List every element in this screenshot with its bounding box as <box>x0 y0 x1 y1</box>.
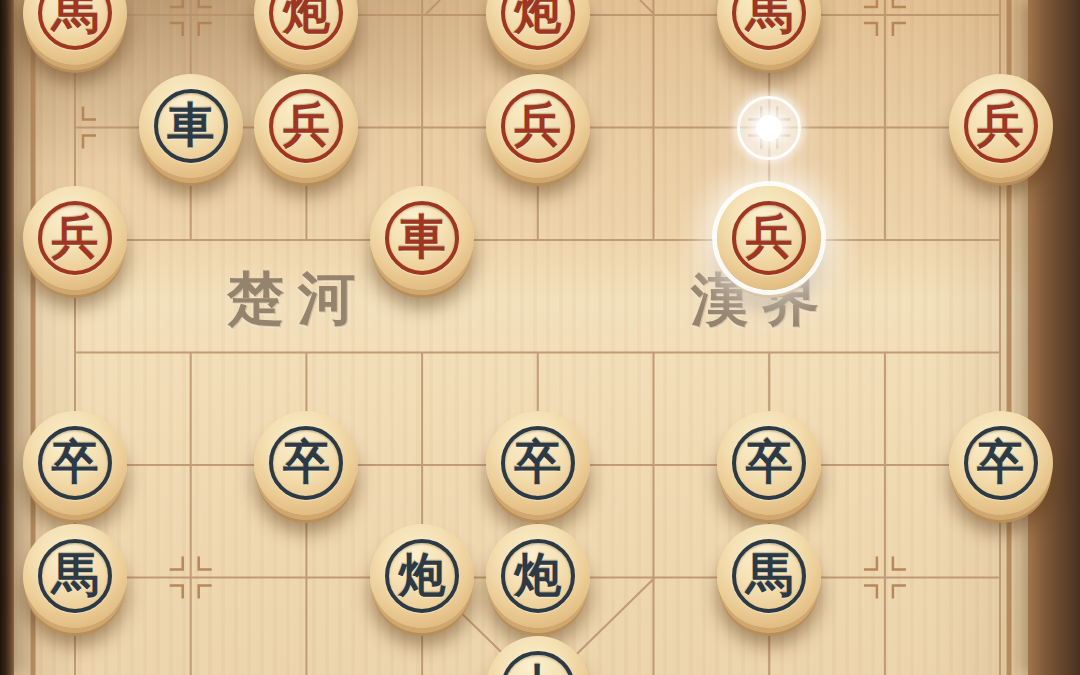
piece-red-chariot[interactable]: 車 <box>370 186 474 290</box>
piece-engraved-ring: 炮 <box>385 538 459 612</box>
piece-engraved-ring: 卒 <box>38 426 112 500</box>
piece-character: 卒 <box>746 438 793 485</box>
piece-black-cannon-right[interactable]: 炮 <box>486 523 590 627</box>
piece-character: 兵 <box>977 100 1024 147</box>
piece-engraved-ring: 馬 <box>732 538 806 612</box>
piece-character: 炮 <box>514 550 561 597</box>
piece-red-soldier-7[interactable]: 兵 <box>717 186 821 290</box>
piece-character: 炮 <box>514 0 561 35</box>
piece-black-soldier-7[interactable]: 卒 <box>717 411 821 515</box>
piece-black-soldier-1[interactable]: 卒 <box>23 411 127 515</box>
piece-engraved-ring: 兵 <box>38 201 112 275</box>
piece-engraved-ring: 兵 <box>501 88 575 162</box>
piece-character: 兵 <box>52 213 99 260</box>
piece-red-soldier-5[interactable]: 兵 <box>486 73 590 177</box>
piece-black-soldier-5[interactable]: 卒 <box>486 411 590 515</box>
piece-character: 卒 <box>52 438 99 485</box>
piece-engraved-ring: 炮 <box>501 0 575 50</box>
piece-character: 馬 <box>52 0 99 35</box>
piece-character: 兵 <box>746 213 793 260</box>
piece-black-cannon-left[interactable]: 炮 <box>370 523 474 627</box>
piece-engraved-ring: 馬 <box>38 538 112 612</box>
piece-red-soldier-9[interactable]: 兵 <box>949 73 1053 177</box>
piece-black-horse-left[interactable]: 馬 <box>23 523 127 627</box>
piece-engraved-ring: 馬 <box>38 0 112 50</box>
piece-engraved-ring: 卒 <box>964 426 1038 500</box>
piece-character: 卒 <box>514 438 561 485</box>
piece-character: 兵 <box>283 100 330 147</box>
piece-engraved-ring: 車 <box>385 201 459 275</box>
piece-character: 馬 <box>746 550 793 597</box>
piece-red-soldier-1[interactable]: 兵 <box>23 186 127 290</box>
piece-character: 車 <box>399 213 446 260</box>
piece-character: 炮 <box>283 0 330 35</box>
river-text-left: 楚河 <box>227 261 369 338</box>
piece-character: 兵 <box>514 100 561 147</box>
piece-character: 士 <box>514 663 561 675</box>
piece-character: 炮 <box>399 550 446 597</box>
piece-engraved-ring: 兵 <box>964 88 1038 162</box>
move-origin-indicator <box>737 96 801 160</box>
piece-engraved-ring: 兵 <box>269 88 343 162</box>
piece-engraved-ring: 兵 <box>732 201 806 275</box>
xiangqi-app: 楚河 漢界 馬炮炮馬車兵兵兵兵車兵卒卒卒卒卒馬炮炮馬士 <box>0 0 1080 675</box>
piece-engraved-ring: 卒 <box>501 426 575 500</box>
piece-character: 卒 <box>283 438 330 485</box>
piece-engraved-ring: 卒 <box>269 426 343 500</box>
board-frame-left <box>0 0 14 675</box>
piece-character: 卒 <box>977 438 1024 485</box>
piece-engraved-ring: 卒 <box>732 426 806 500</box>
piece-engraved-ring: 士 <box>501 651 575 675</box>
piece-engraved-ring: 炮 <box>501 538 575 612</box>
piece-engraved-ring: 炮 <box>269 0 343 50</box>
piece-engraved-ring: 馬 <box>732 0 806 50</box>
piece-character: 馬 <box>746 0 793 35</box>
piece-black-chariot[interactable]: 車 <box>139 73 243 177</box>
piece-character: 馬 <box>52 550 99 597</box>
piece-red-soldier-3[interactable]: 兵 <box>254 73 358 177</box>
piece-engraved-ring: 車 <box>154 88 228 162</box>
piece-black-soldier-3[interactable]: 卒 <box>254 411 358 515</box>
piece-character: 車 <box>167 100 214 147</box>
piece-black-soldier-9[interactable]: 卒 <box>949 411 1053 515</box>
piece-black-horse-right[interactable]: 馬 <box>717 523 821 627</box>
